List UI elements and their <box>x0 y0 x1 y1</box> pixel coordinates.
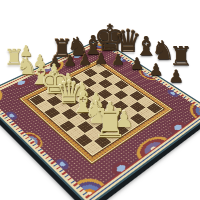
square-f1[interactable] <box>67 127 84 139</box>
square-h7[interactable] <box>139 108 155 119</box>
square-e1[interactable] <box>59 120 75 132</box>
black-pawn-d7[interactable]: ♟ <box>111 53 124 68</box>
white-rook-a1[interactable]: ♜ <box>92 103 128 143</box>
black-pawn-e7[interactable]: ♟ <box>94 52 107 67</box>
black-pawn-f7[interactable]: ♟ <box>78 53 91 68</box>
square-g1[interactable] <box>76 134 93 146</box>
black-pawn-b7[interactable]: ♟ <box>149 62 163 78</box>
square-d1[interactable] <box>52 114 68 125</box>
square-b1[interactable] <box>37 101 53 111</box>
chess-set-photo: ♚♛♝♞♝♟♜♞♟♜♟♟♜♟♟♟♟♞♟♟♟♝♟♚♟♛♟♝♟♞♟♜ <box>0 0 200 200</box>
black-pawn-a7[interactable]: ♟ <box>168 68 183 85</box>
black-pawn-c7[interactable]: ♟ <box>130 56 144 72</box>
